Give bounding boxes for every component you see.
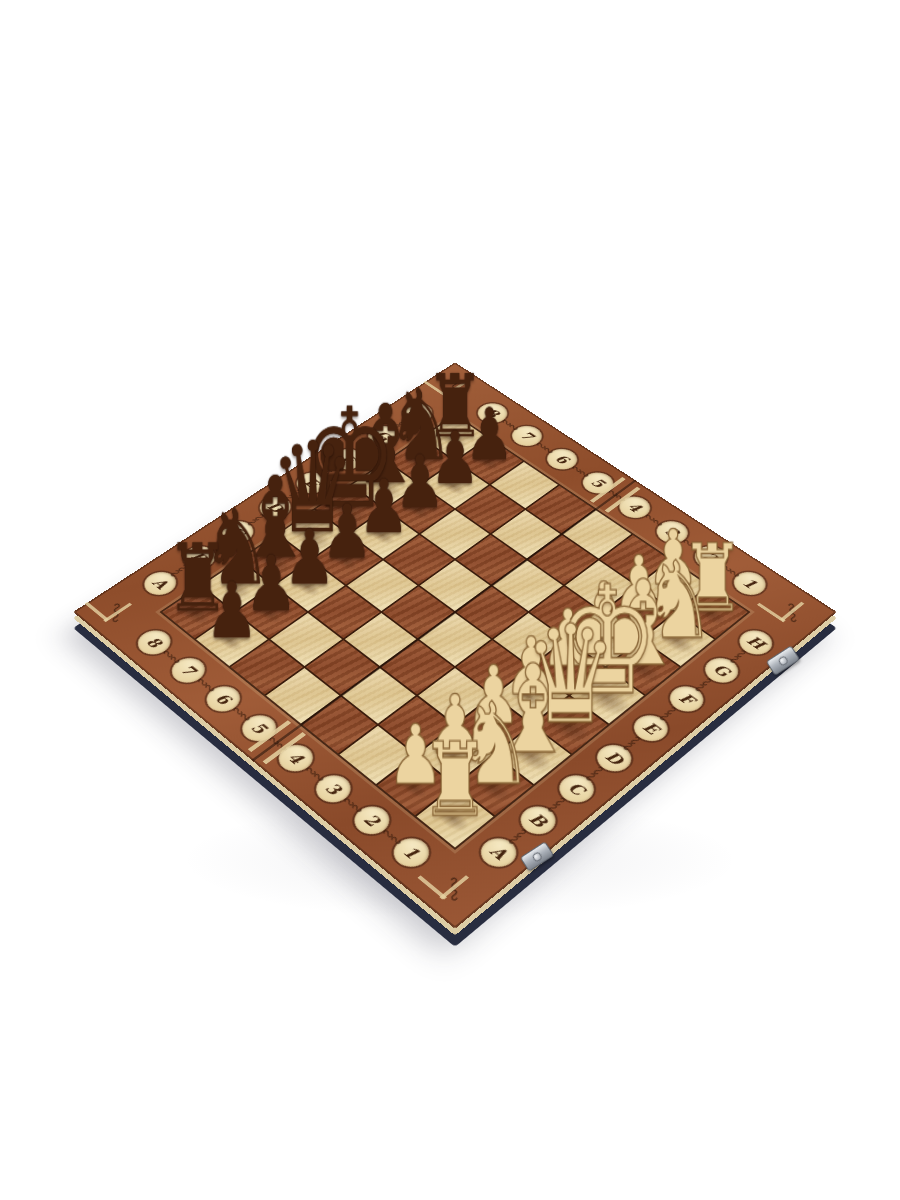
filigree-ornament: ∾∾: [618, 732, 647, 755]
file-label-a-rank1-edge: A: [474, 833, 524, 873]
product-photo: HH88GG77FF66EE55DD44CC33BB22AA11∾∾∾∾∾∾∾∾…: [0, 0, 900, 1200]
filigree-ornament: ∾∾: [655, 702, 684, 724]
filigree-ornament: ∾∾: [543, 793, 573, 817]
file-label-b-rank1-edge: B: [513, 801, 562, 840]
filigree-ornament: ∾∾: [157, 646, 185, 667]
filigree-ornament: ∾∾: [300, 762, 329, 785]
rank-label-8-afile-edge: 8: [131, 626, 177, 660]
file-label-e-rank1-edge: E: [627, 710, 674, 746]
rank-label-6-afile-edge: 6: [200, 681, 247, 717]
file-label-h-rank1-edge: H: [733, 626, 779, 660]
rank-label-7-afile-edge: 7: [165, 653, 211, 688]
rank-label-1-afile-edge: 1: [386, 833, 436, 873]
border-inlay-stripe: [417, 875, 447, 900]
filigree-ornament: ∾∾: [725, 646, 753, 667]
board-grid: ♜♟♟♜♞♟♟♞♝♟♟♝♚♟♟♚♛♟♟♛♝♟♟♝♞♟♟♞♜♟♟♜: [162, 416, 747, 848]
file-label-c-rank1-edge: C: [552, 770, 601, 808]
filigree-ornament: ∾∾: [503, 824, 533, 848]
filigree-ornament: ∾∾: [581, 762, 610, 785]
filigree-ornament: ∾∾: [338, 793, 368, 817]
rank-label-4-afile-edge: 4: [272, 740, 320, 777]
square-a7: ♟: [196, 613, 268, 666]
file-label-d-rank1-edge: D: [590, 740, 638, 777]
filigree-ornament: ∾∾: [192, 674, 220, 696]
square-a1: ♜: [417, 786, 494, 847]
file-label-f-rank1-edge: F: [663, 681, 710, 717]
piece-black-pawn-a7: ♟: [205, 574, 258, 648]
piece-white-rook-a1: ♜: [420, 732, 490, 829]
chess-board: HH88GG77FF66EE55DD44CC33BB22AA11∾∾∾∾∾∾∾∾…: [73, 362, 837, 928]
filigree-ornament: ∾∾: [445, 380, 464, 396]
filigree-ornament: ∾∾: [227, 702, 256, 724]
scene: HH88GG77FF66EE55DD44CC33BB22AA11∾∾∾∾∾∾∾∾…: [0, 0, 900, 1200]
rank-label-3-afile-edge: 3: [309, 770, 358, 808]
filigree-ornament: ∾∾: [376, 824, 406, 848]
file-label-g-rank1-edge: G: [698, 653, 744, 688]
filigree-ornament: ∾∾: [690, 674, 718, 696]
border-inlay-stripe: [84, 602, 109, 622]
rank-label-2-afile-edge: 2: [347, 801, 396, 840]
